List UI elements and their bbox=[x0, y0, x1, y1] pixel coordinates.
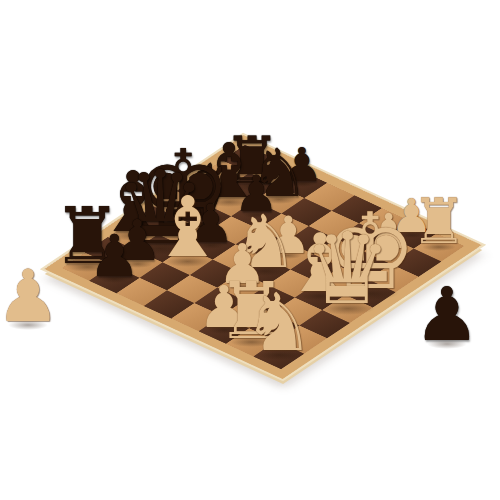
white-queen-h4: ♛ bbox=[303, 220, 392, 319]
chess-set-photo: ♜♟♟♝♛♚♞♝♜♟♟♞♟♝♟♞♟♝♛♚♟♜♞♟♟♜♟♟ bbox=[0, 0, 500, 500]
white-rook-h8: ♜ bbox=[411, 191, 467, 254]
white-knight-h1: ♞ bbox=[243, 283, 315, 363]
captured-black-pawn: ♟ bbox=[414, 277, 480, 351]
captured-white-pawn: ♟ bbox=[0, 260, 60, 332]
black-pawn-b1: ♟ bbox=[89, 227, 141, 285]
